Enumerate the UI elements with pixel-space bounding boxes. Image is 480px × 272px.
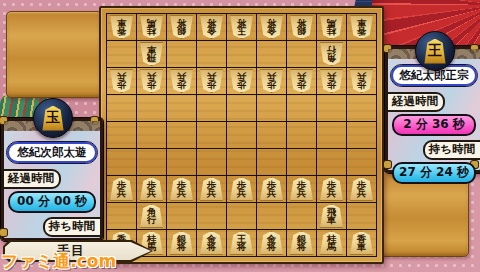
board-square[interactable]: 玉将 [227,14,257,41]
board-square[interactable]: 角行 [317,41,347,68]
shogi-piece-gote[interactable]: 香車 [109,15,134,39]
board-square[interactable]: 桂馬 [317,230,347,257]
board-square[interactable] [227,122,257,149]
player-panel-right-content: 王 悠紀太郎正宗 経過時間 2 分 36 秒 持ち時間 27 分 24 秒 [388,49,480,170]
player-left-name: 悠紀次郎太遊 [7,142,97,163]
board-square[interactable]: 王将 [227,230,257,257]
board-square[interactable]: 歩兵 [257,176,287,203]
board-square[interactable]: 歩兵 [197,68,227,95]
board-square[interactable]: 角行 [137,203,167,230]
shogi-piece-sente[interactable]: 金将 [259,231,284,255]
board-square[interactable] [287,95,317,122]
shogi-piece-sente[interactable]: 歩兵 [349,177,374,201]
board-square[interactable]: 銀将 [167,230,197,257]
board-square[interactable] [137,95,167,122]
board-square[interactable] [167,41,197,68]
shogi-piece-sente[interactable]: 銀将 [289,231,314,255]
board-square[interactable] [227,149,257,176]
board-square[interactable] [137,149,167,176]
player-panel-right: 王 悠紀太郎正宗 経過時間 2 分 36 秒 持ち時間 27 分 24 秒 [385,46,480,173]
board-square[interactable]: 桂馬 [317,14,347,41]
shogi-piece-gote[interactable]: 歩兵 [319,69,344,93]
board-square[interactable] [197,41,227,68]
shogi-piece-gote[interactable]: 歩兵 [259,69,284,93]
board-square[interactable] [107,149,137,176]
shogi-piece-sente[interactable]: 歩兵 [199,177,224,201]
board-square[interactable]: 香車 [347,230,377,257]
board-square[interactable] [197,95,227,122]
shogi-board-grid: 香車桂馬銀将金将玉将金将銀将桂馬香車飛車角行歩兵歩兵歩兵歩兵歩兵歩兵歩兵歩兵歩兵… [106,13,377,257]
board-square[interactable] [107,203,137,230]
shogi-piece-sente[interactable]: 金将 [199,231,224,255]
shogi-piece-gote[interactable]: 香車 [349,15,374,39]
shogi-piece-sente[interactable]: 桂馬 [319,231,344,255]
shogi-piece-sente[interactable]: 歩兵 [229,177,254,201]
board-square[interactable] [227,41,257,68]
shogi-piece-sente[interactable]: 歩兵 [169,177,194,201]
shogi-piece-gote[interactable]: 歩兵 [169,69,194,93]
board-square[interactable]: 飛車 [137,41,167,68]
board-square[interactable] [317,95,347,122]
board-square[interactable] [227,203,257,230]
board-square[interactable] [347,41,377,68]
shogi-piece-gote[interactable]: 歩兵 [139,69,164,93]
board-square[interactable]: 銀将 [167,14,197,41]
shogi-game-screen: 香車桂馬銀将金将玉将金将銀将桂馬香車飛車角行歩兵歩兵歩兵歩兵歩兵歩兵歩兵歩兵歩兵… [0,0,480,272]
shogi-piece-sente[interactable]: 歩兵 [109,177,134,201]
board-square[interactable]: 金将 [197,230,227,257]
board-square[interactable] [257,95,287,122]
board-square[interactable]: 歩兵 [197,176,227,203]
king-piece-icon: 玉 [42,106,65,131]
player-left-badge: 玉 [33,98,73,138]
board-square[interactable] [167,95,197,122]
board-square[interactable] [347,203,377,230]
shogi-piece-gote[interactable]: 銀将 [289,15,314,39]
shogi-piece-sente[interactable]: 角行 [139,204,164,228]
shogi-piece-sente[interactable]: 飛車 [319,204,344,228]
board-square[interactable]: 歩兵 [167,176,197,203]
badge-kanji: 玉 [46,109,60,127]
board-square[interactable]: 歩兵 [167,68,197,95]
shogi-piece-sente[interactable]: 歩兵 [259,177,284,201]
board-square[interactable]: 歩兵 [107,68,137,95]
player-panel-left-content: 玉 悠紀次郎太遊 経過時間 00 分 00 秒 持ち時間 30 分 00 秒 [4,121,100,238]
board-square[interactable]: 香車 [347,14,377,41]
board-square[interactable]: 歩兵 [347,176,377,203]
shogi-piece-sente[interactable]: 王将 [229,231,254,255]
shogi-piece-gote[interactable]: 飛車 [139,42,164,66]
shogi-piece-sente[interactable]: 銀将 [169,231,194,255]
board-square[interactable]: 飛車 [317,203,347,230]
board-square[interactable] [347,149,377,176]
shogi-piece-sente[interactable]: 歩兵 [319,177,344,201]
shogi-piece-gote[interactable]: 玉将 [229,15,254,39]
shogi-piece-gote[interactable]: 歩兵 [349,69,374,93]
board-square[interactable]: 銀将 [287,14,317,41]
board-square[interactable] [107,122,137,149]
board-square[interactable]: 香車 [107,14,137,41]
board-square[interactable] [167,149,197,176]
board-square[interactable] [317,149,347,176]
board-square[interactable]: 金将 [197,14,227,41]
board-square[interactable] [167,203,197,230]
board-square[interactable] [287,149,317,176]
elapsed-time-label: 経過時間 [386,92,445,112]
board-square[interactable] [197,203,227,230]
board-square[interactable] [227,95,257,122]
shogi-piece-sente[interactable]: 歩兵 [139,177,164,201]
shogi-piece-gote[interactable]: 歩兵 [289,69,314,93]
board-square[interactable]: 金将 [257,14,287,41]
player-right-elapsed-time: 2 分 36 秒 [392,114,476,136]
board-square[interactable]: 銀将 [287,230,317,257]
shogi-piece-sente[interactable]: 香車 [349,231,374,255]
board-square[interactable]: 金将 [257,230,287,257]
board-square[interactable] [167,122,197,149]
elapsed-time-label: 経過時間 [2,169,61,189]
board-square[interactable] [257,149,287,176]
board-square[interactable]: 歩兵 [107,176,137,203]
board-square[interactable] [317,122,347,149]
board-square[interactable]: 歩兵 [287,176,317,203]
player-right-remaining-time: 27 分 24 秒 [392,162,476,184]
board-square[interactable] [257,203,287,230]
shogi-piece-gote[interactable]: 角行 [319,42,344,66]
board-square[interactable] [257,122,287,149]
badge-kanji: 王 [428,42,442,60]
board-square[interactable]: 歩兵 [227,176,257,203]
shogi-piece-gote[interactable]: 銀将 [169,15,194,39]
board-square[interactable]: 歩兵 [227,68,257,95]
player-right-badge: 王 [415,31,455,71]
board-square[interactable]: 歩兵 [317,68,347,95]
shogi-piece-gote[interactable]: 歩兵 [109,69,134,93]
king-piece-icon: 王 [424,39,447,64]
board-square[interactable]: 歩兵 [287,68,317,95]
player-panel-left: 玉 悠紀次郎太遊 経過時間 00 分 00 秒 持ち時間 30 分 00 秒 [1,118,103,241]
board-square[interactable] [137,122,167,149]
shogi-piece-sente[interactable]: 歩兵 [289,177,314,201]
piece-stand-top-left [6,11,102,98]
board-square[interactable] [347,122,377,149]
shogi-piece-gote[interactable]: 歩兵 [229,69,254,93]
board-square[interactable] [287,41,317,68]
shogi-piece-gote[interactable]: 歩兵 [199,69,224,93]
board-square[interactable]: 歩兵 [137,68,167,95]
remaining-time-label: 持ち時間 [43,217,102,237]
board-square[interactable] [287,122,317,149]
board-square[interactable] [287,203,317,230]
board-square[interactable]: 歩兵 [137,176,167,203]
player-left-elapsed-time: 00 分 00 秒 [8,191,96,213]
shogi-board: 香車桂馬銀将金将玉将金将銀将桂馬香車飛車角行歩兵歩兵歩兵歩兵歩兵歩兵歩兵歩兵歩兵… [99,6,384,264]
board-square[interactable]: 歩兵 [317,176,347,203]
famitsu-watermark: ファミ通.com [1,250,116,272]
board-square[interactable]: 歩兵 [257,68,287,95]
board-square[interactable] [107,95,137,122]
board-square[interactable] [197,122,227,149]
shogi-piece-gote[interactable]: 金将 [259,15,284,39]
shogi-piece-gote[interactable]: 桂馬 [139,15,164,39]
shogi-piece-gote[interactable]: 金将 [199,15,224,39]
board-square[interactable]: 歩兵 [347,68,377,95]
shogi-piece-gote[interactable]: 桂馬 [319,15,344,39]
board-square[interactable] [347,95,377,122]
remaining-time-label: 持ち時間 [423,140,480,160]
board-square[interactable] [107,41,137,68]
board-square[interactable] [197,149,227,176]
board-square[interactable]: 桂馬 [137,14,167,41]
board-square[interactable] [257,41,287,68]
